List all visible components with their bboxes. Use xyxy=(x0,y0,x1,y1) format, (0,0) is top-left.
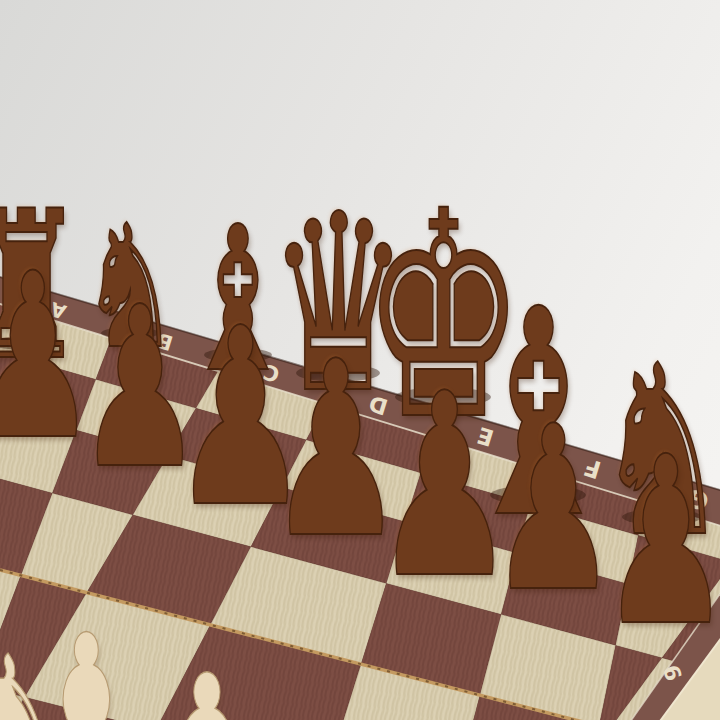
piece-white-knight-b1[interactable]: ♞ xyxy=(0,628,81,720)
piece-white-pawn-d2[interactable]: ♟ xyxy=(124,642,289,720)
piece-black-pawn-g7[interactable]: ♟ xyxy=(592,426,720,658)
chess-set-photo: ABCDEFG6 ♜♞♝♛♚♝♞♟♟♟♟♟♟♟♞♟♟ xyxy=(0,0,720,720)
